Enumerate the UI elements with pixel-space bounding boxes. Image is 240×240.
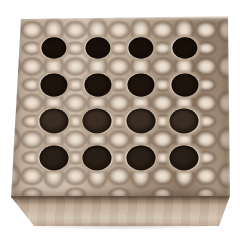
pit-hole-r3c3 xyxy=(126,109,155,134)
pit-cell-r3c4 xyxy=(163,103,207,140)
pit-cell-r3c2 xyxy=(76,103,120,140)
pit-r3c3 xyxy=(120,104,161,138)
product-photo xyxy=(0,0,240,240)
pit-hole-r3c2 xyxy=(83,109,112,134)
pit-hole-r2c3 xyxy=(127,73,154,96)
pit-r1c1 xyxy=(36,34,71,63)
pit-r4c2 xyxy=(77,141,118,175)
pit-r1c4 xyxy=(167,34,202,63)
metal-pit-board xyxy=(11,15,230,227)
pit-hole-r4c1 xyxy=(39,145,68,170)
board-top-face xyxy=(11,15,230,198)
pit-hole-r1c2 xyxy=(85,38,110,60)
pit-hole-r1c1 xyxy=(41,38,66,60)
pit-cell-r4c2 xyxy=(76,140,120,177)
pit-hole-r2c2 xyxy=(84,73,111,96)
pit-hole-r4c3 xyxy=(126,145,155,170)
pit-hole-r3c4 xyxy=(170,109,199,134)
pit-hole-r4c2 xyxy=(83,145,112,170)
pit-hole-r1c3 xyxy=(128,38,153,60)
pit-r4c1 xyxy=(33,141,74,175)
pit-cell-r2c2 xyxy=(76,67,120,104)
pit-hole-r2c1 xyxy=(40,73,67,96)
pit-r1c3 xyxy=(123,34,158,63)
ground-shadow xyxy=(26,222,216,230)
pit-r3c2 xyxy=(77,104,118,138)
pit-grid xyxy=(32,30,206,176)
pit-hole-r3c1 xyxy=(39,109,68,134)
pit-cell-r1c4 xyxy=(163,30,207,67)
pit-cell-r2c4 xyxy=(163,67,207,104)
pit-cell-r3c1 xyxy=(32,103,76,140)
pit-r4c3 xyxy=(120,141,161,175)
pit-hole-r4c4 xyxy=(170,145,199,170)
pit-cell-r2c1 xyxy=(32,67,76,104)
pit-cell-r1c3 xyxy=(119,30,163,67)
pit-cell-r4c3 xyxy=(119,140,163,177)
pit-r2c2 xyxy=(78,69,116,101)
pit-r3c4 xyxy=(164,104,205,138)
pit-r2c1 xyxy=(35,69,73,101)
pit-r3c1 xyxy=(33,104,74,138)
pit-cell-r1c1 xyxy=(32,30,76,67)
pit-r2c3 xyxy=(122,69,160,101)
pit-r1c2 xyxy=(80,34,115,63)
pit-r2c4 xyxy=(165,69,203,101)
pit-r4c4 xyxy=(164,141,205,175)
pit-hole-r1c4 xyxy=(172,38,197,60)
pit-cell-r3c3 xyxy=(119,103,163,140)
pit-cell-r4c4 xyxy=(163,140,207,177)
pit-cell-r2c3 xyxy=(119,67,163,104)
pit-cell-r1c2 xyxy=(76,30,120,67)
pit-cell-r4c1 xyxy=(32,140,76,177)
pit-hole-r2c4 xyxy=(171,73,198,96)
